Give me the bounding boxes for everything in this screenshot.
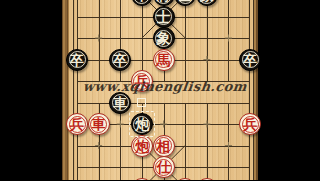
lattice-cell bbox=[185, 124, 207, 146]
black-soldier-glyph: 卒 bbox=[113, 49, 127, 71]
red-horse[interactable]: 馬 bbox=[153, 49, 175, 71]
red-cannon-glyph: 炮 bbox=[135, 135, 149, 157]
last-move-origin-marker bbox=[137, 98, 146, 107]
xiangqi-board: 車將士象士象卒卒卒車炮馬兵兵車兵炮相仕仕帥相 www.xqinenglish.c… bbox=[62, 0, 258, 180]
letterbox-left bbox=[0, 0, 62, 180]
lattice-cell bbox=[77, 0, 99, 17]
black-elephant[interactable]: 象 bbox=[153, 27, 175, 49]
red-soldier-glyph: 兵 bbox=[243, 113, 257, 135]
black-chariot-glyph: 車 bbox=[113, 92, 127, 114]
red-cannon[interactable]: 炮 bbox=[131, 135, 153, 157]
last-move-destination-marker bbox=[129, 111, 155, 137]
red-horse-glyph: 馬 bbox=[157, 49, 171, 71]
letterbox-right bbox=[258, 0, 320, 180]
black-advisor-glyph: 士 bbox=[178, 0, 192, 6]
lattice-cell bbox=[185, 103, 207, 125]
lattice-cell bbox=[228, 167, 250, 180]
lattice-cell bbox=[185, 38, 207, 60]
lattice-cell bbox=[77, 146, 99, 168]
lattice-cell bbox=[77, 17, 99, 39]
lattice-cell bbox=[207, 103, 229, 125]
lattice-cell bbox=[207, 17, 229, 39]
red-elephant-glyph: 相 bbox=[157, 135, 171, 157]
red-general-glyph: 帥 bbox=[178, 178, 192, 181]
black-elephant-glyph: 象 bbox=[200, 0, 214, 6]
lattice-cell bbox=[207, 60, 229, 82]
red-soldier-glyph: 兵 bbox=[70, 113, 84, 135]
lattice-cell bbox=[185, 60, 207, 82]
black-soldier[interactable]: 卒 bbox=[66, 49, 88, 71]
lattice-cell bbox=[120, 17, 142, 39]
lattice-cell bbox=[99, 167, 121, 180]
board-right-edge bbox=[254, 0, 258, 180]
red-chariot-glyph: 車 bbox=[92, 113, 106, 135]
lattice-cell bbox=[185, 17, 207, 39]
lattice-cell bbox=[228, 17, 250, 39]
board-left-edge bbox=[62, 0, 69, 180]
red-elephant[interactable]: 相 bbox=[153, 135, 175, 157]
lattice-cell bbox=[228, 0, 250, 17]
lattice-cell bbox=[228, 146, 250, 168]
black-advisor-glyph: 士 bbox=[157, 6, 171, 28]
lattice-cell bbox=[185, 146, 207, 168]
red-advisor-glyph: 仕 bbox=[157, 156, 171, 178]
lattice-cell bbox=[77, 167, 99, 180]
black-chariot[interactable]: 車 bbox=[109, 92, 131, 114]
lattice-cell bbox=[207, 38, 229, 60]
red-chariot[interactable]: 車 bbox=[88, 113, 110, 135]
black-soldier-glyph: 卒 bbox=[70, 49, 84, 71]
watermark-text: www.xqinenglish.com bbox=[82, 79, 244, 94]
lattice-cell bbox=[99, 0, 121, 17]
black-advisor[interactable]: 士 bbox=[153, 6, 175, 28]
lattice-cell bbox=[99, 17, 121, 39]
red-advisor[interactable]: 仕 bbox=[153, 156, 175, 178]
black-elephant-glyph: 象 bbox=[157, 27, 171, 49]
lattice-cell bbox=[99, 146, 121, 168]
black-chariot-glyph: 車 bbox=[135, 0, 149, 6]
black-soldier-glyph: 卒 bbox=[243, 49, 257, 71]
lattice-cell bbox=[207, 124, 229, 146]
black-soldier[interactable]: 卒 bbox=[109, 49, 131, 71]
screenshot-stage: 車將士象士象卒卒卒車炮馬兵兵車兵炮相仕仕帥相 www.xqinenglish.c… bbox=[0, 0, 320, 180]
red-advisor-glyph: 仕 bbox=[135, 178, 149, 181]
lattice-cell bbox=[164, 103, 186, 125]
black-soldier[interactable]: 卒 bbox=[239, 49, 261, 71]
red-elephant-glyph: 相 bbox=[200, 178, 214, 181]
red-soldier[interactable]: 兵 bbox=[66, 113, 88, 135]
lattice-cell bbox=[207, 146, 229, 168]
